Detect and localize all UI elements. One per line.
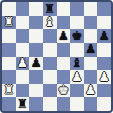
- square-b4[interactable]: ♟: [16, 57, 30, 71]
- square-g1[interactable]: [84, 97, 98, 111]
- piece-white-pawn[interactable]: ♟: [85, 84, 96, 97]
- square-g3[interactable]: [84, 70, 98, 84]
- square-c4[interactable]: ♟: [29, 57, 43, 71]
- piece-white-rook[interactable]: ♜: [3, 84, 14, 97]
- square-e6[interactable]: ♟: [57, 29, 71, 43]
- square-a4[interactable]: [2, 57, 16, 71]
- square-c7[interactable]: [29, 16, 43, 30]
- square-e7[interactable]: [57, 16, 71, 30]
- square-h4[interactable]: [97, 57, 111, 71]
- square-h7[interactable]: [97, 16, 111, 30]
- square-e1[interactable]: [57, 97, 71, 111]
- square-b7[interactable]: [16, 16, 30, 30]
- square-d6[interactable]: [43, 29, 57, 43]
- piece-black-pawn[interactable]: ♟: [30, 57, 41, 70]
- square-f1[interactable]: [70, 97, 84, 111]
- square-d5[interactable]: [43, 43, 57, 57]
- square-a1[interactable]: [2, 97, 16, 111]
- square-h3[interactable]: ♟: [97, 70, 111, 84]
- piece-white-pawn[interactable]: ♟: [17, 57, 28, 70]
- square-f4[interactable]: ♝: [70, 57, 84, 71]
- square-f5[interactable]: [70, 43, 84, 57]
- square-g7[interactable]: [84, 16, 98, 30]
- square-f8[interactable]: [70, 2, 84, 16]
- square-b3[interactable]: [16, 70, 30, 84]
- square-c1[interactable]: [29, 97, 43, 111]
- square-d2[interactable]: [43, 84, 57, 98]
- square-b1[interactable]: ♜: [16, 97, 30, 111]
- square-d8[interactable]: ♜: [43, 2, 57, 16]
- square-g2[interactable]: ♟: [84, 84, 98, 98]
- square-a3[interactable]: [2, 70, 16, 84]
- piece-black-rook[interactable]: ♜: [17, 97, 28, 110]
- square-h1[interactable]: [97, 97, 111, 111]
- piece-black-pawn[interactable]: ♟: [85, 43, 96, 56]
- square-a6[interactable]: [2, 29, 16, 43]
- square-h6[interactable]: ♟: [97, 29, 111, 43]
- square-c2[interactable]: [29, 84, 43, 98]
- square-c3[interactable]: [29, 70, 43, 84]
- square-d3[interactable]: [43, 70, 57, 84]
- square-e4[interactable]: [57, 57, 71, 71]
- square-b6[interactable]: [16, 29, 30, 43]
- square-c6[interactable]: [29, 29, 43, 43]
- square-h2[interactable]: [97, 84, 111, 98]
- square-h8[interactable]: [97, 2, 111, 16]
- chess-board: ♜♜♝♟♚♟♟♟♟♝♟♟♜♚♟♜: [0, 0, 113, 113]
- square-e2[interactable]: ♚: [57, 84, 71, 98]
- square-c8[interactable]: [29, 2, 43, 16]
- square-g4[interactable]: [84, 57, 98, 71]
- board-grid: ♜♜♝♟♚♟♟♟♟♝♟♟♜♚♟♜: [2, 2, 111, 111]
- square-b2[interactable]: [16, 84, 30, 98]
- piece-white-rook[interactable]: ♜: [3, 16, 14, 29]
- square-f6[interactable]: ♚: [70, 29, 84, 43]
- piece-black-pawn[interactable]: ♟: [99, 29, 110, 42]
- square-h5[interactable]: [97, 43, 111, 57]
- piece-black-pawn[interactable]: ♟: [58, 29, 69, 42]
- square-d1[interactable]: [43, 97, 57, 111]
- square-f7[interactable]: [70, 16, 84, 30]
- piece-white-pawn[interactable]: ♟: [71, 70, 82, 83]
- piece-white-king[interactable]: ♚: [58, 84, 69, 97]
- square-b8[interactable]: [16, 2, 30, 16]
- square-a7[interactable]: ♜: [2, 16, 16, 30]
- piece-black-bishop[interactable]: ♝: [71, 57, 82, 70]
- square-d4[interactable]: [43, 57, 57, 71]
- square-b5[interactable]: [16, 43, 30, 57]
- square-g8[interactable]: [84, 2, 98, 16]
- square-a5[interactable]: [2, 43, 16, 57]
- square-a8[interactable]: [2, 2, 16, 16]
- square-e5[interactable]: [57, 43, 71, 57]
- square-c5[interactable]: [29, 43, 43, 57]
- square-g6[interactable]: [84, 29, 98, 43]
- piece-white-bishop[interactable]: ♝: [44, 16, 55, 29]
- square-e3[interactable]: [57, 70, 71, 84]
- square-f2[interactable]: [70, 84, 84, 98]
- square-a2[interactable]: ♜: [2, 84, 16, 98]
- piece-black-rook[interactable]: ♜: [44, 2, 55, 15]
- square-e8[interactable]: [57, 2, 71, 16]
- piece-black-king[interactable]: ♚: [71, 29, 82, 42]
- square-g5[interactable]: ♟: [84, 43, 98, 57]
- square-f3[interactable]: ♟: [70, 70, 84, 84]
- piece-white-pawn[interactable]: ♟: [99, 70, 110, 83]
- square-d7[interactable]: ♝: [43, 16, 57, 30]
